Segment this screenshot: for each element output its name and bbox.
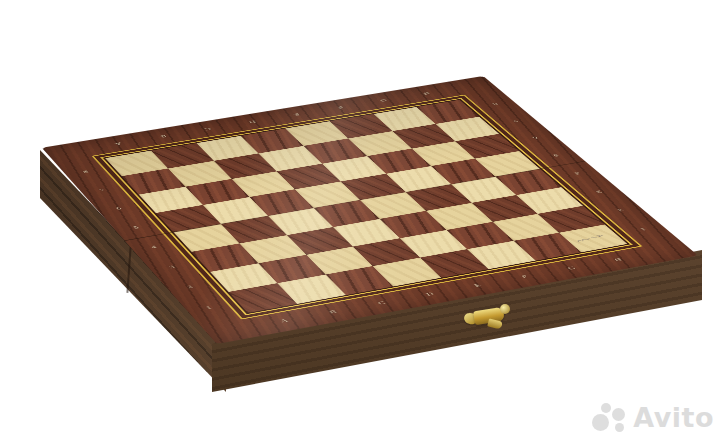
rank-label-left-1: 1 (204, 305, 212, 310)
file-label-near-f: F (520, 274, 529, 279)
file-label-far-g: G (379, 98, 388, 102)
file-label-far-c: C (204, 127, 213, 131)
file-label-near-d: D (424, 291, 435, 296)
file-label-near-g: G (566, 266, 577, 271)
file-label-far-a: A (114, 142, 123, 146)
gold-pinstripe-outer (91, 95, 642, 320)
watermark-text: Avito (633, 402, 714, 433)
file-label-near-b: B (328, 309, 338, 314)
maker-signature-icon (570, 230, 615, 246)
board-frame: AABBCCDDEEFFGGHH1122334455667788 (42, 76, 698, 344)
chess-box-top: AABBCCDDEEFFGGHH1122334455667788 (42, 76, 698, 344)
file-label-near-a: A (279, 318, 289, 323)
fold-seam-side (126, 247, 131, 293)
rank-label-right-3: 3 (595, 189, 603, 193)
rank-label-left-7: 7 (98, 188, 106, 192)
scene: AABBCCDDEEFFGGHH1122334455667788 Avito (0, 0, 720, 438)
brass-clasp-icon (462, 300, 514, 338)
rank-label-left-3: 3 (168, 264, 176, 269)
file-label-far-e: E (292, 113, 300, 117)
file-label-near-e: E (473, 283, 483, 288)
clasp-knob (500, 304, 510, 314)
rank-label-left-5: 5 (132, 225, 140, 230)
avito-dots-logo-icon (592, 403, 628, 433)
rank-label-right-6: 6 (531, 136, 539, 140)
rank-label-left-8: 8 (82, 170, 89, 174)
file-label-far-h: H (422, 91, 431, 95)
rank-label-left-2: 2 (186, 285, 194, 290)
chess-board (105, 100, 627, 313)
avito-watermark: Avito (592, 402, 714, 433)
gold-pinstripe-inner (100, 98, 633, 315)
rank-label-left-6: 6 (115, 206, 123, 211)
file-label-far-d: D (248, 120, 257, 124)
rank-label-right-1: 1 (639, 227, 648, 232)
rank-label-right-7: 7 (511, 119, 519, 123)
file-label-near-h: H (612, 257, 623, 262)
rank-label-left-4: 4 (150, 245, 158, 250)
file-label-near-c: C (377, 300, 387, 305)
rank-label-right-2: 2 (617, 208, 626, 213)
rank-label-right-8: 8 (491, 102, 499, 106)
rank-label-right-5: 5 (552, 153, 560, 157)
file-label-far-f: F (336, 105, 344, 109)
file-label-far-b: B (159, 134, 168, 138)
rank-label-right-4: 4 (573, 171, 581, 175)
